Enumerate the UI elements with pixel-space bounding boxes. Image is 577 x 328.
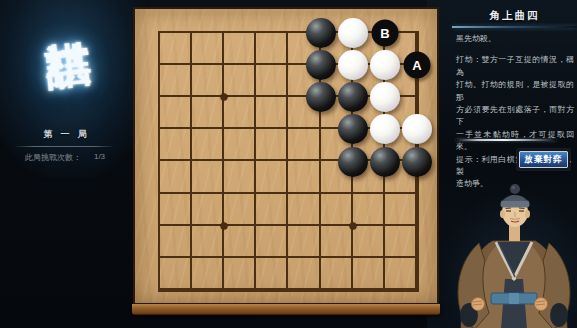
star-point <box>221 222 228 229</box>
round-label: 第一局 <box>0 128 130 141</box>
black-stone <box>306 18 336 48</box>
go-board-surface[interactable]: BA <box>133 7 439 305</box>
black-stone <box>338 82 368 112</box>
move-option-a[interactable]: A <box>404 52 431 79</box>
black-stone <box>306 50 336 80</box>
puzzle-objective: 黑先劫殺。 <box>456 33 574 45</box>
left-sidebar: 詰棋 詰棋 第一局 此局挑戰次數： 1/3 <box>0 0 130 328</box>
sidebar-divider <box>14 146 114 147</box>
board-edge-bevel <box>132 304 440 315</box>
white-stone <box>402 114 432 144</box>
black-stone <box>338 114 368 144</box>
puzzle-title: 角上曲四 <box>456 9 573 23</box>
white-stone <box>338 18 368 48</box>
black-stone <box>370 147 400 177</box>
attempts-label: 此局挑戰次數： <box>25 152 81 163</box>
panel-divider <box>456 139 556 141</box>
attempts-row: 此局挑戰次數： 1/3 <box>0 152 130 163</box>
go-puzzle-screen: 詰棋 詰棋 第一局 此局挑戰次數： 1/3 BA 角上曲四 黑先劫殺。 打劫：雙… <box>0 0 577 328</box>
title-divider <box>452 26 577 28</box>
white-stone <box>338 50 368 80</box>
star-point <box>349 222 356 229</box>
attempts-value: 1/3 <box>94 152 105 163</box>
black-stone <box>306 82 336 112</box>
white-stone <box>370 50 400 80</box>
forfeit-button[interactable]: 放棄對弈 <box>519 151 568 168</box>
white-stone <box>370 114 400 144</box>
move-option-b[interactable]: B <box>371 20 398 47</box>
npc-portrait <box>449 181 577 328</box>
black-stone <box>338 147 368 177</box>
go-board[interactable]: BA <box>133 7 439 315</box>
black-stone <box>402 147 432 177</box>
star-point <box>221 94 228 101</box>
white-stone <box>370 82 400 112</box>
